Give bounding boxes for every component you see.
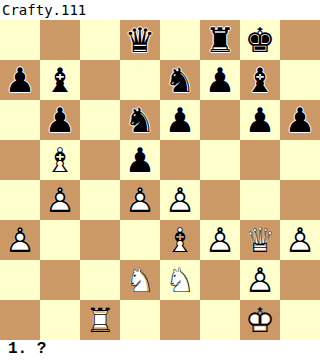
square-d2[interactable]: ♞♘ — [120, 260, 160, 300]
square-g1[interactable]: ♚♔ — [240, 300, 280, 340]
square-h5[interactable] — [280, 140, 320, 180]
chess-board: ♛♜♚♟♝♞♟♝♟♞♟♟♟♝♗♟♟♙♟♙♟♙♟♙♝♗♟♙♛♕♟♙♞♘♞♘♟♙♜♖… — [0, 20, 320, 340]
square-b2[interactable] — [40, 260, 80, 300]
square-f4[interactable] — [200, 180, 240, 220]
square-e2[interactable]: ♞♘ — [160, 260, 200, 300]
white-pawn-piece: ♟♙ — [160, 180, 200, 220]
square-e3[interactable]: ♝♗ — [160, 220, 200, 260]
black-knight-piece: ♞ — [160, 60, 200, 100]
square-g6[interactable]: ♟ — [240, 100, 280, 140]
black-pawn-piece: ♟ — [40, 100, 80, 140]
square-a3[interactable]: ♟♙ — [0, 220, 40, 260]
square-h6[interactable]: ♟ — [280, 100, 320, 140]
square-g5[interactable] — [240, 140, 280, 180]
black-pawn-piece: ♟ — [200, 60, 240, 100]
square-c6[interactable] — [80, 100, 120, 140]
black-pawn-piece: ♟ — [0, 60, 40, 100]
square-e4[interactable]: ♟♙ — [160, 180, 200, 220]
black-pawn-piece: ♟ — [120, 140, 160, 180]
square-f3[interactable]: ♟♙ — [200, 220, 240, 260]
square-c1[interactable]: ♜♖ — [80, 300, 120, 340]
square-d1[interactable] — [120, 300, 160, 340]
white-knight-piece: ♞♘ — [160, 260, 200, 300]
square-d8[interactable]: ♛ — [120, 20, 160, 60]
black-pawn-piece: ♟ — [240, 100, 280, 140]
square-h1[interactable] — [280, 300, 320, 340]
square-g8[interactable]: ♚ — [240, 20, 280, 60]
square-b5[interactable]: ♝♗ — [40, 140, 80, 180]
square-b8[interactable] — [40, 20, 80, 60]
square-d6[interactable]: ♞ — [120, 100, 160, 140]
square-e7[interactable]: ♞ — [160, 60, 200, 100]
square-d4[interactable]: ♟♙ — [120, 180, 160, 220]
square-a2[interactable] — [0, 260, 40, 300]
square-a5[interactable] — [0, 140, 40, 180]
white-rook-piece: ♜♖ — [80, 300, 120, 340]
square-e8[interactable] — [160, 20, 200, 60]
white-pawn-piece: ♟♙ — [120, 180, 160, 220]
square-b7[interactable]: ♝ — [40, 60, 80, 100]
black-king-piece: ♚ — [240, 20, 280, 60]
square-g7[interactable]: ♝ — [240, 60, 280, 100]
square-d7[interactable] — [120, 60, 160, 100]
white-bishop-piece: ♝♗ — [160, 220, 200, 260]
square-c3[interactable] — [80, 220, 120, 260]
square-a8[interactable] — [0, 20, 40, 60]
white-bishop-piece: ♝♗ — [40, 140, 80, 180]
square-a6[interactable] — [0, 100, 40, 140]
square-f1[interactable] — [200, 300, 240, 340]
square-h4[interactable] — [280, 180, 320, 220]
square-h7[interactable] — [280, 60, 320, 100]
chess-app-window: Crafty.111 ♛♜♚♟♝♞♟♝♟♞♟♟♟♝♗♟♟♙♟♙♟♙♟♙♝♗♟♙♛… — [0, 0, 320, 360]
move-prompt: 1. ? — [0, 340, 320, 360]
square-e1[interactable] — [160, 300, 200, 340]
square-c5[interactable] — [80, 140, 120, 180]
white-queen-piece: ♛♕ — [240, 220, 280, 260]
square-b3[interactable] — [40, 220, 80, 260]
square-d5[interactable]: ♟ — [120, 140, 160, 180]
square-a7[interactable]: ♟ — [0, 60, 40, 100]
window-title: Crafty.111 — [0, 0, 320, 20]
black-knight-piece: ♞ — [120, 100, 160, 140]
square-d3[interactable] — [120, 220, 160, 260]
square-b4[interactable]: ♟♙ — [40, 180, 80, 220]
square-f6[interactable] — [200, 100, 240, 140]
black-queen-piece: ♛ — [120, 20, 160, 60]
black-bishop-piece: ♝ — [40, 60, 80, 100]
square-g2[interactable]: ♟♙ — [240, 260, 280, 300]
square-h8[interactable] — [280, 20, 320, 60]
square-b1[interactable] — [40, 300, 80, 340]
square-b6[interactable]: ♟ — [40, 100, 80, 140]
white-knight-piece: ♞♘ — [120, 260, 160, 300]
white-king-piece: ♚♔ — [240, 300, 280, 340]
square-a1[interactable] — [0, 300, 40, 340]
square-c2[interactable] — [80, 260, 120, 300]
square-f2[interactable] — [200, 260, 240, 300]
black-rook-piece: ♜ — [200, 20, 240, 60]
white-pawn-piece: ♟♙ — [240, 260, 280, 300]
square-c8[interactable] — [80, 20, 120, 60]
black-pawn-piece: ♟ — [160, 100, 200, 140]
square-f8[interactable]: ♜ — [200, 20, 240, 60]
white-pawn-piece: ♟♙ — [0, 220, 40, 260]
square-g4[interactable] — [240, 180, 280, 220]
white-pawn-piece: ♟♙ — [280, 220, 320, 260]
square-c7[interactable] — [80, 60, 120, 100]
square-e6[interactable]: ♟ — [160, 100, 200, 140]
square-f7[interactable]: ♟ — [200, 60, 240, 100]
square-a4[interactable] — [0, 180, 40, 220]
square-c4[interactable] — [80, 180, 120, 220]
black-bishop-piece: ♝ — [240, 60, 280, 100]
square-e5[interactable] — [160, 140, 200, 180]
black-pawn-piece: ♟ — [280, 100, 320, 140]
square-f5[interactable] — [200, 140, 240, 180]
white-pawn-piece: ♟♙ — [200, 220, 240, 260]
white-pawn-piece: ♟♙ — [40, 180, 80, 220]
square-h3[interactable]: ♟♙ — [280, 220, 320, 260]
square-g3[interactable]: ♛♕ — [240, 220, 280, 260]
square-h2[interactable] — [280, 260, 320, 300]
